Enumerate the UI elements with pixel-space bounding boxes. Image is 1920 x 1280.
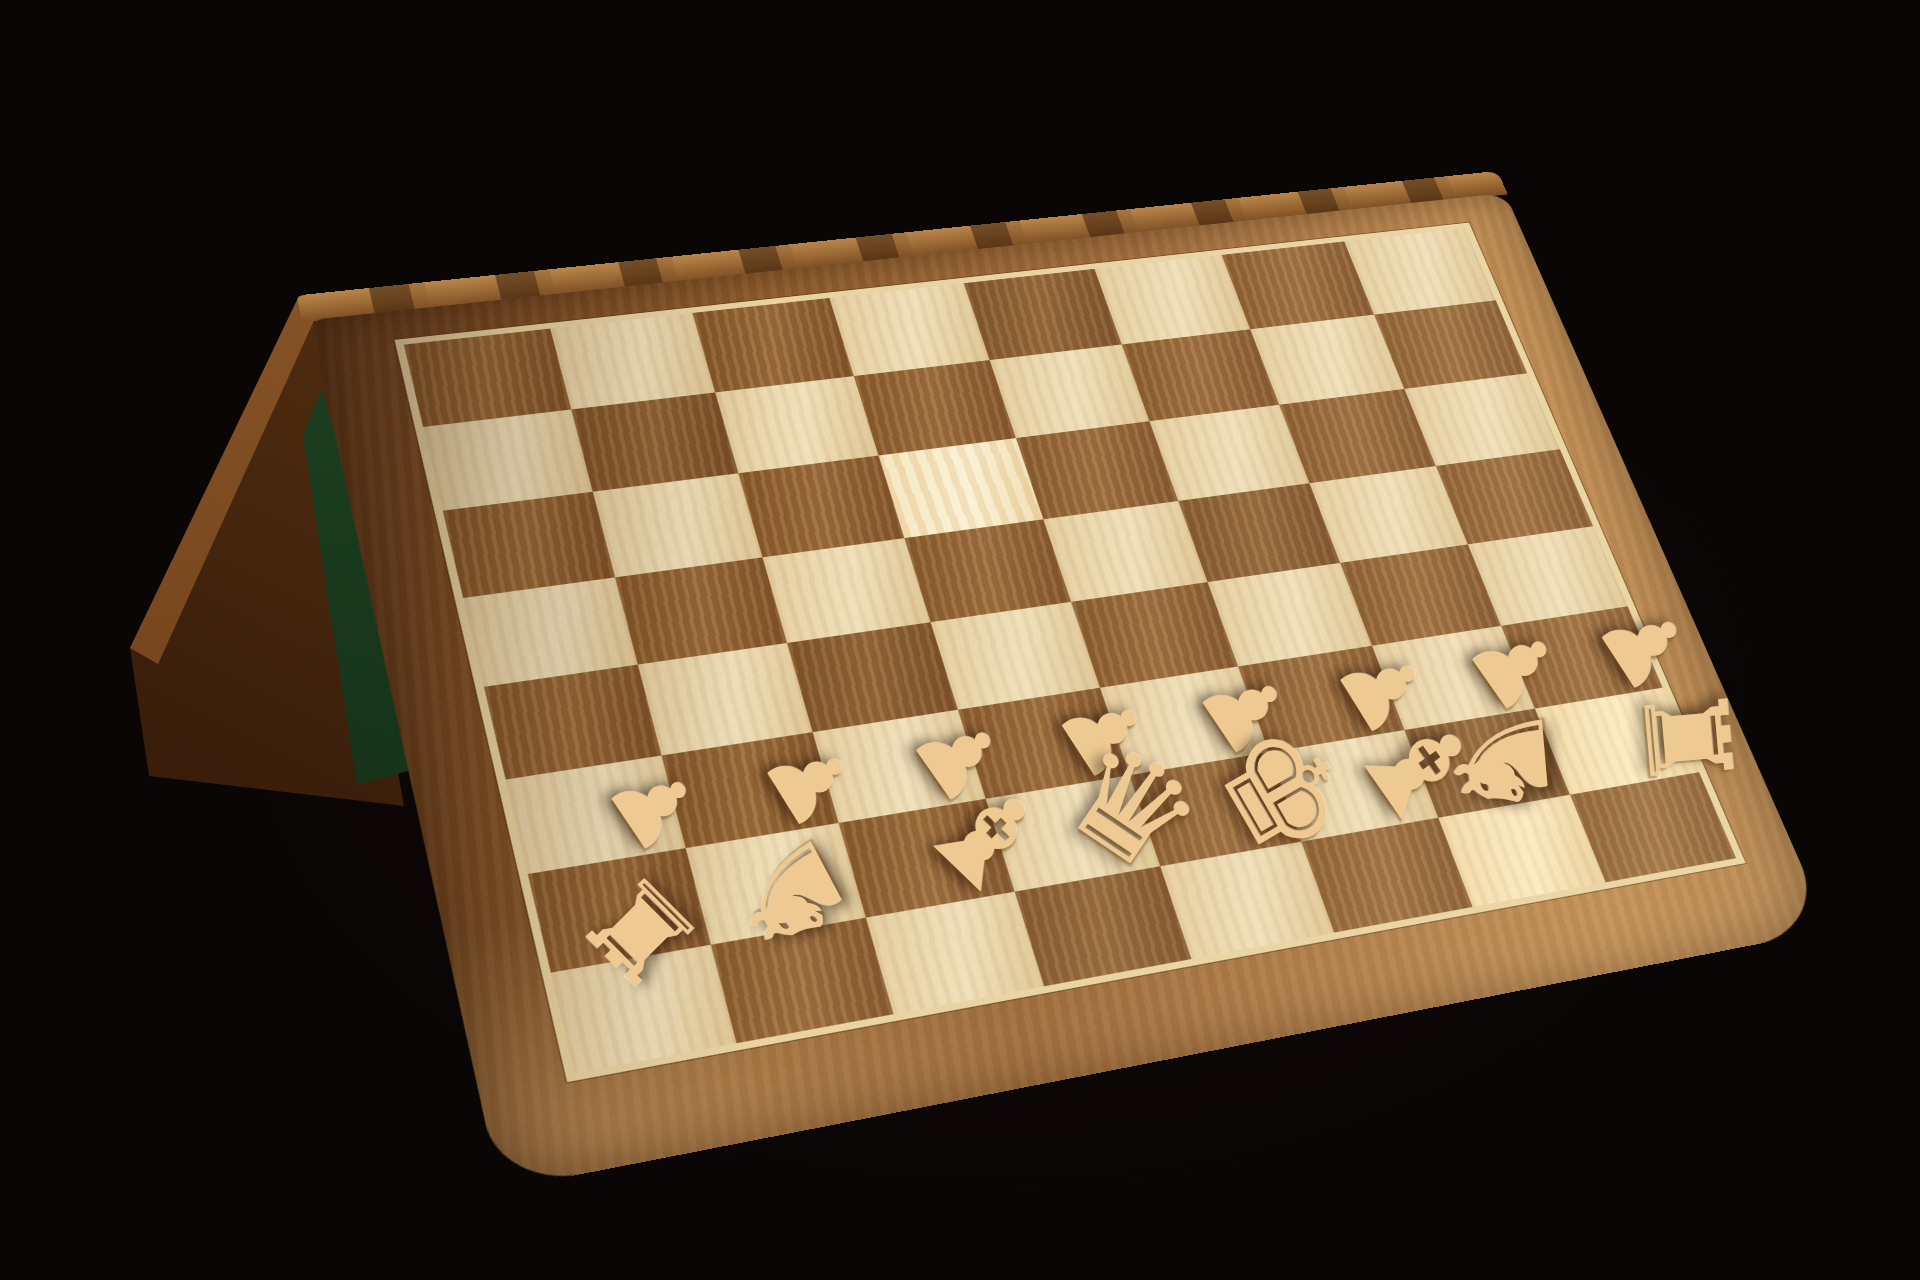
chess-board bbox=[310, 193, 1830, 1190]
scene: ♟♟♟♟♟♟♟♟♜♞♝♛♚♝♞♜ bbox=[0, 0, 1920, 1280]
white-rook[interactable]: ♜ bbox=[1625, 676, 1748, 798]
white-knight[interactable]: ♞ bbox=[1434, 695, 1570, 831]
